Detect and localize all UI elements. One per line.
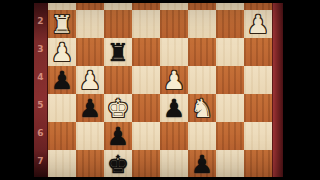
- square-b7[interactable]: [216, 150, 244, 177]
- board-clip: ♜♟♟♜♟♟♟♟♚♟♞♟♚♟: [48, 3, 272, 177]
- square-g7[interactable]: [76, 150, 104, 177]
- square-g5[interactable]: ♟: [76, 94, 104, 122]
- square-d5[interactable]: ♟: [160, 94, 188, 122]
- square-f3[interactable]: ♜: [104, 38, 132, 66]
- square-h2[interactable]: ♜: [48, 10, 76, 38]
- square-e7[interactable]: [132, 150, 160, 177]
- white-knight-piece[interactable]: ♞: [188, 94, 216, 122]
- square-c1[interactable]: [188, 3, 216, 10]
- board-frame-right: [272, 3, 283, 177]
- square-c5[interactable]: ♞: [188, 94, 216, 122]
- square-h3[interactable]: ♟: [48, 38, 76, 66]
- chess-video-frame: 234567 ♜♟♟♜♟♟♟♟♚♟♞♟♚♟: [0, 0, 320, 180]
- square-c4[interactable]: [188, 66, 216, 94]
- rank-label-4: 4: [34, 63, 47, 91]
- square-b3[interactable]: [216, 38, 244, 66]
- black-pawn-piece[interactable]: ♟: [188, 150, 216, 177]
- square-e6[interactable]: [132, 122, 160, 150]
- square-b2[interactable]: [216, 10, 244, 38]
- square-a2[interactable]: ♟: [244, 10, 272, 38]
- square-e4[interactable]: [132, 66, 160, 94]
- square-f1[interactable]: [104, 3, 132, 10]
- square-d4[interactable]: ♟: [160, 66, 188, 94]
- square-g3[interactable]: [76, 38, 104, 66]
- square-e3[interactable]: [132, 38, 160, 66]
- rank-label-5: 5: [34, 91, 47, 119]
- square-a7[interactable]: [244, 150, 272, 177]
- square-f6[interactable]: ♟: [104, 122, 132, 150]
- square-a3[interactable]: [244, 38, 272, 66]
- square-b6[interactable]: [216, 122, 244, 150]
- white-pawn-piece[interactable]: ♟: [48, 38, 76, 66]
- square-h4[interactable]: ♟: [48, 66, 76, 94]
- square-e5[interactable]: [132, 94, 160, 122]
- square-g4[interactable]: ♟: [76, 66, 104, 94]
- square-h1[interactable]: [48, 3, 76, 10]
- square-g1[interactable]: [76, 3, 104, 10]
- square-e2[interactable]: [132, 10, 160, 38]
- white-pawn-piece[interactable]: ♟: [160, 66, 188, 94]
- black-king-piece[interactable]: ♚: [104, 150, 132, 177]
- black-pawn-piece[interactable]: ♟: [48, 66, 76, 94]
- square-d3[interactable]: [160, 38, 188, 66]
- square-a6[interactable]: [244, 122, 272, 150]
- square-c3[interactable]: [188, 38, 216, 66]
- square-f5[interactable]: ♚: [104, 94, 132, 122]
- square-d2[interactable]: [160, 10, 188, 38]
- square-f7[interactable]: ♚: [104, 150, 132, 177]
- rank-label-6: 6: [34, 119, 47, 147]
- square-b1[interactable]: [216, 3, 244, 10]
- rank-label-7: 7: [34, 147, 47, 175]
- square-d7[interactable]: [160, 150, 188, 177]
- square-h7[interactable]: [48, 150, 76, 177]
- white-pawn-piece[interactable]: ♟: [244, 10, 272, 38]
- white-pawn-piece[interactable]: ♟: [76, 66, 104, 94]
- square-f4[interactable]: [104, 66, 132, 94]
- square-a5[interactable]: [244, 94, 272, 122]
- square-h6[interactable]: [48, 122, 76, 150]
- square-f2[interactable]: [104, 10, 132, 38]
- square-b4[interactable]: [216, 66, 244, 94]
- chess-board[interactable]: ♜♟♟♜♟♟♟♟♚♟♞♟♚♟: [48, 3, 272, 177]
- square-b5[interactable]: [216, 94, 244, 122]
- square-a4[interactable]: [244, 66, 272, 94]
- square-h5[interactable]: [48, 94, 76, 122]
- square-g6[interactable]: [76, 122, 104, 150]
- square-d1[interactable]: [160, 3, 188, 10]
- square-g2[interactable]: [76, 10, 104, 38]
- square-c7[interactable]: ♟: [188, 150, 216, 177]
- white-king-piece[interactable]: ♚: [104, 94, 132, 122]
- square-c6[interactable]: [188, 122, 216, 150]
- rank-label-strip: 234567: [34, 3, 48, 177]
- rank-label-2: 2: [34, 7, 47, 35]
- square-e1[interactable]: [132, 3, 160, 10]
- letterbox-bottom: [0, 177, 320, 180]
- white-rook-piece[interactable]: ♜: [48, 10, 76, 38]
- black-pawn-piece[interactable]: ♟: [104, 122, 132, 150]
- black-pawn-piece[interactable]: ♟: [160, 94, 188, 122]
- square-a1[interactable]: [244, 3, 272, 10]
- black-rook-piece[interactable]: ♜: [104, 38, 132, 66]
- square-c2[interactable]: [188, 10, 216, 38]
- rank-label-3: 3: [34, 35, 47, 63]
- square-d6[interactable]: [160, 122, 188, 150]
- black-pawn-piece[interactable]: ♟: [76, 94, 104, 122]
